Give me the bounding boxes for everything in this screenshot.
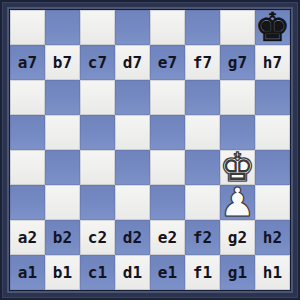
square-g7[interactable]: g7 xyxy=(220,45,255,80)
square-label-e1: e1 xyxy=(158,255,177,290)
square-c6[interactable] xyxy=(80,80,115,115)
square-label-h7: h7 xyxy=(263,45,282,80)
square-a7[interactable]: a7 xyxy=(10,45,45,80)
square-d7[interactable]: d7 xyxy=(115,45,150,80)
square-d2[interactable]: d2 xyxy=(115,220,150,255)
square-e4[interactable] xyxy=(150,150,185,185)
square-label-h2: h2 xyxy=(263,220,282,255)
square-h5[interactable] xyxy=(255,115,290,150)
square-label-f2: f2 xyxy=(193,220,212,255)
square-d4[interactable] xyxy=(115,150,150,185)
square-d8[interactable] xyxy=(115,10,150,45)
square-e8[interactable] xyxy=(150,10,185,45)
square-label-f1: f1 xyxy=(193,255,212,290)
square-b6[interactable] xyxy=(45,80,80,115)
square-label-c2: c2 xyxy=(88,220,107,255)
square-c8[interactable] xyxy=(80,10,115,45)
square-label-e7: e7 xyxy=(158,45,177,80)
chess-board: ♚a7b7c7d7e7f7g7h7♚♟a2b2c2d2e2f2g2h2a1b1c… xyxy=(10,10,290,290)
square-h3[interactable] xyxy=(255,185,290,220)
square-label-a2: a2 xyxy=(18,220,37,255)
square-e7[interactable]: e7 xyxy=(150,45,185,80)
square-c2[interactable]: c2 xyxy=(80,220,115,255)
square-a2[interactable]: a2 xyxy=(10,220,45,255)
square-h4[interactable] xyxy=(255,150,290,185)
square-a3[interactable] xyxy=(10,185,45,220)
square-label-d1: d1 xyxy=(123,255,142,290)
square-label-g7: g7 xyxy=(228,45,247,80)
square-label-c1: c1 xyxy=(88,255,107,290)
square-label-a7: a7 xyxy=(18,45,37,80)
square-e6[interactable] xyxy=(150,80,185,115)
square-c4[interactable] xyxy=(80,150,115,185)
square-f5[interactable] xyxy=(185,115,220,150)
square-label-b1: b1 xyxy=(53,255,72,290)
square-label-e2: e2 xyxy=(158,220,177,255)
square-c5[interactable] xyxy=(80,115,115,150)
square-a6[interactable] xyxy=(10,80,45,115)
square-c7[interactable]: c7 xyxy=(80,45,115,80)
square-c3[interactable] xyxy=(80,185,115,220)
square-d1[interactable]: d1 xyxy=(115,255,150,290)
square-b5[interactable] xyxy=(45,115,80,150)
square-f8[interactable] xyxy=(185,10,220,45)
square-b2[interactable]: b2 xyxy=(45,220,80,255)
square-f3[interactable] xyxy=(185,185,220,220)
white-pawn[interactable]: ♟ xyxy=(220,185,256,220)
square-label-a1: a1 xyxy=(18,255,37,290)
square-e1[interactable]: e1 xyxy=(150,255,185,290)
square-c1[interactable]: c1 xyxy=(80,255,115,290)
square-f1[interactable]: f1 xyxy=(185,255,220,290)
square-b4[interactable] xyxy=(45,150,80,185)
square-b3[interactable] xyxy=(45,185,80,220)
square-label-h1: h1 xyxy=(263,255,282,290)
square-a5[interactable] xyxy=(10,115,45,150)
square-a8[interactable] xyxy=(10,10,45,45)
square-label-f7: f7 xyxy=(193,45,212,80)
square-h1[interactable]: h1 xyxy=(255,255,290,290)
square-b1[interactable]: b1 xyxy=(45,255,80,290)
square-label-d7: d7 xyxy=(123,45,142,80)
square-g8[interactable] xyxy=(220,10,255,45)
black-king[interactable]: ♚ xyxy=(255,10,291,45)
square-g1[interactable]: g1 xyxy=(220,255,255,290)
square-e5[interactable] xyxy=(150,115,185,150)
square-h8[interactable]: ♚ xyxy=(255,10,290,45)
square-label-g1: g1 xyxy=(228,255,247,290)
square-d5[interactable] xyxy=(115,115,150,150)
square-a1[interactable]: a1 xyxy=(10,255,45,290)
square-d3[interactable] xyxy=(115,185,150,220)
square-g2[interactable]: g2 xyxy=(220,220,255,255)
square-e3[interactable] xyxy=(150,185,185,220)
square-b8[interactable] xyxy=(45,10,80,45)
square-h7[interactable]: h7 xyxy=(255,45,290,80)
square-d6[interactable] xyxy=(115,80,150,115)
square-h2[interactable]: h2 xyxy=(255,220,290,255)
square-f6[interactable] xyxy=(185,80,220,115)
chess-board-frame: ♚a7b7c7d7e7f7g7h7♚♟a2b2c2d2e2f2g2h2a1b1c… xyxy=(0,0,300,300)
square-g6[interactable] xyxy=(220,80,255,115)
square-f2[interactable]: f2 xyxy=(185,220,220,255)
square-label-d2: d2 xyxy=(123,220,142,255)
square-a4[interactable] xyxy=(10,150,45,185)
square-label-b7: b7 xyxy=(53,45,72,80)
square-b7[interactable]: b7 xyxy=(45,45,80,80)
square-h6[interactable] xyxy=(255,80,290,115)
square-e2[interactable]: e2 xyxy=(150,220,185,255)
square-f7[interactable]: f7 xyxy=(185,45,220,80)
square-label-c7: c7 xyxy=(88,45,107,80)
square-g3[interactable]: ♟ xyxy=(220,185,255,220)
square-f4[interactable] xyxy=(185,150,220,185)
square-label-b2: b2 xyxy=(53,220,72,255)
square-label-g2: g2 xyxy=(228,220,247,255)
